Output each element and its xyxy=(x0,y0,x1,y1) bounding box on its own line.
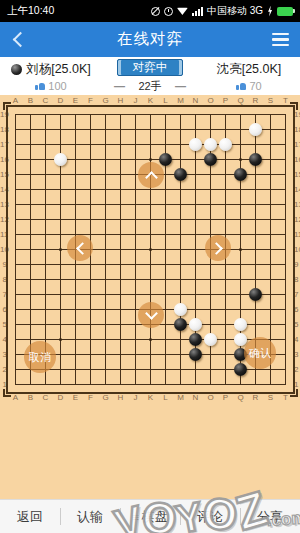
toolbar-item-comment[interactable]: 评论 xyxy=(180,500,240,533)
board-point-N10[interactable] xyxy=(188,242,203,257)
board-point-P16[interactable] xyxy=(218,152,233,167)
board-point-K9[interactable] xyxy=(143,257,158,272)
board-point-G1[interactable] xyxy=(98,377,113,392)
board-point-G16[interactable] xyxy=(98,152,113,167)
board-point-S11[interactable] xyxy=(263,227,278,242)
board-point-B13[interactable] xyxy=(23,197,38,212)
board-point-J18[interactable] xyxy=(128,122,143,137)
board-point-L13[interactable] xyxy=(158,197,173,212)
board-point-L9[interactable] xyxy=(158,257,173,272)
board-point-T14[interactable] xyxy=(278,182,293,197)
board-point-D7[interactable] xyxy=(53,287,68,302)
board-point-S18[interactable] xyxy=(263,122,278,137)
board-point-H2[interactable] xyxy=(113,362,128,377)
board-point-H15[interactable] xyxy=(113,167,128,182)
board-point-P18[interactable] xyxy=(218,122,233,137)
board-point-C5[interactable] xyxy=(38,317,53,332)
board-point-E5[interactable] xyxy=(68,317,83,332)
board-point-D6[interactable] xyxy=(53,302,68,317)
board-point-L19[interactable] xyxy=(158,107,173,122)
board-point-D9[interactable] xyxy=(53,257,68,272)
board-point-L16[interactable] xyxy=(158,152,173,167)
board-point-S1[interactable] xyxy=(263,377,278,392)
board-point-C1[interactable] xyxy=(38,377,53,392)
board-point-N13[interactable] xyxy=(188,197,203,212)
board-point-K7[interactable] xyxy=(143,287,158,302)
board-point-K13[interactable] xyxy=(143,197,158,212)
board-point-H11[interactable] xyxy=(113,227,128,242)
board-point-Q2[interactable] xyxy=(233,362,248,377)
board-point-S9[interactable] xyxy=(263,257,278,272)
board-point-J8[interactable] xyxy=(128,272,143,287)
board-point-Q17[interactable] xyxy=(233,137,248,152)
board-point-H1[interactable] xyxy=(113,377,128,392)
board-point-R1[interactable] xyxy=(248,377,263,392)
board-point-Q19[interactable] xyxy=(233,107,248,122)
board-point-K12[interactable] xyxy=(143,212,158,227)
board-point-T16[interactable] xyxy=(278,152,293,167)
board-point-L14[interactable] xyxy=(158,182,173,197)
board-point-E15[interactable] xyxy=(68,167,83,182)
board-point-Q6[interactable] xyxy=(233,302,248,317)
board-point-L12[interactable] xyxy=(158,212,173,227)
board-point-T4[interactable] xyxy=(278,332,293,347)
board-point-F3[interactable] xyxy=(83,347,98,362)
board-point-R5[interactable] xyxy=(248,317,263,332)
board-point-J4[interactable] xyxy=(128,332,143,347)
board-point-H6[interactable] xyxy=(113,302,128,317)
board-point-A9[interactable] xyxy=(8,257,23,272)
board-point-A14[interactable] xyxy=(8,182,23,197)
move-right-button[interactable] xyxy=(205,235,231,261)
board-point-S8[interactable] xyxy=(263,272,278,287)
board-point-E4[interactable] xyxy=(68,332,83,347)
board-point-O13[interactable] xyxy=(203,197,218,212)
board-point-T2[interactable] xyxy=(278,362,293,377)
board-point-S17[interactable] xyxy=(263,137,278,152)
board-point-M15[interactable] xyxy=(173,167,188,182)
board-point-G18[interactable] xyxy=(98,122,113,137)
board-point-M10[interactable] xyxy=(173,242,188,257)
board-point-J10[interactable] xyxy=(128,242,143,257)
board-point-M17[interactable] xyxy=(173,137,188,152)
board-point-Q18[interactable] xyxy=(233,122,248,137)
board-point-K2[interactable] xyxy=(143,362,158,377)
board-point-M9[interactable] xyxy=(173,257,188,272)
board-point-P1[interactable] xyxy=(218,377,233,392)
board-point-S15[interactable] xyxy=(263,167,278,182)
board-point-N18[interactable] xyxy=(188,122,203,137)
board-point-G6[interactable] xyxy=(98,302,113,317)
board-point-N3[interactable] xyxy=(188,347,203,362)
board-point-O18[interactable] xyxy=(203,122,218,137)
board-point-T15[interactable] xyxy=(278,167,293,182)
board-point-G11[interactable] xyxy=(98,227,113,242)
toolbar-item-resign[interactable]: 认输 xyxy=(60,500,120,533)
board-point-A8[interactable] xyxy=(8,272,23,287)
board-point-M1[interactable] xyxy=(173,377,188,392)
board-point-E6[interactable] xyxy=(68,302,83,317)
board-point-K8[interactable] xyxy=(143,272,158,287)
board-point-H8[interactable] xyxy=(113,272,128,287)
board-point-T12[interactable] xyxy=(278,212,293,227)
board-point-Q10[interactable] xyxy=(233,242,248,257)
board-point-B1[interactable] xyxy=(23,377,38,392)
board-point-R13[interactable] xyxy=(248,197,263,212)
board-point-H16[interactable] xyxy=(113,152,128,167)
board-point-G7[interactable] xyxy=(98,287,113,302)
board-point-D5[interactable] xyxy=(53,317,68,332)
board-point-P5[interactable] xyxy=(218,317,233,332)
board-point-L10[interactable] xyxy=(158,242,173,257)
board-point-G17[interactable] xyxy=(98,137,113,152)
board-point-H17[interactable] xyxy=(113,137,128,152)
move-up-button[interactable] xyxy=(138,162,164,188)
board-point-M19[interactable] xyxy=(173,107,188,122)
board-point-P15[interactable] xyxy=(218,167,233,182)
board-point-R16[interactable] xyxy=(248,152,263,167)
board-point-J11[interactable] xyxy=(128,227,143,242)
board-point-J2[interactable] xyxy=(128,362,143,377)
board-point-S5[interactable] xyxy=(263,317,278,332)
board-point-F14[interactable] xyxy=(83,182,98,197)
board-point-T8[interactable] xyxy=(278,272,293,287)
board-point-E3[interactable] xyxy=(68,347,83,362)
board-point-O4[interactable] xyxy=(203,332,218,347)
board-point-F2[interactable] xyxy=(83,362,98,377)
board-point-P14[interactable] xyxy=(218,182,233,197)
board-point-T18[interactable] xyxy=(278,122,293,137)
board-point-N2[interactable] xyxy=(188,362,203,377)
board-point-H12[interactable] xyxy=(113,212,128,227)
board-point-T19[interactable] xyxy=(278,107,293,122)
board-point-G10[interactable] xyxy=(98,242,113,257)
board-point-T6[interactable] xyxy=(278,302,293,317)
board-point-O2[interactable] xyxy=(203,362,218,377)
board-point-D13[interactable] xyxy=(53,197,68,212)
board-point-O16[interactable] xyxy=(203,152,218,167)
board-point-N15[interactable] xyxy=(188,167,203,182)
board-point-A17[interactable] xyxy=(8,137,23,152)
board-point-N8[interactable] xyxy=(188,272,203,287)
board-point-C13[interactable] xyxy=(38,197,53,212)
board-point-Q7[interactable] xyxy=(233,287,248,302)
board-point-H9[interactable] xyxy=(113,257,128,272)
board-point-F19[interactable] xyxy=(83,107,98,122)
board-point-D16[interactable] xyxy=(53,152,68,167)
board-point-F7[interactable] xyxy=(83,287,98,302)
board-point-H13[interactable] xyxy=(113,197,128,212)
board-point-Q15[interactable] xyxy=(233,167,248,182)
board-point-D12[interactable] xyxy=(53,212,68,227)
board-point-T17[interactable] xyxy=(278,137,293,152)
board-point-G2[interactable] xyxy=(98,362,113,377)
board-point-N5[interactable] xyxy=(188,317,203,332)
board-point-L4[interactable] xyxy=(158,332,173,347)
board-point-Q12[interactable] xyxy=(233,212,248,227)
board-point-O7[interactable] xyxy=(203,287,218,302)
board-point-C15[interactable] xyxy=(38,167,53,182)
board-point-P3[interactable] xyxy=(218,347,233,362)
board-point-P17[interactable] xyxy=(218,137,233,152)
board-point-S16[interactable] xyxy=(263,152,278,167)
board-point-F18[interactable] xyxy=(83,122,98,137)
board-point-E8[interactable] xyxy=(68,272,83,287)
board-point-R17[interactable] xyxy=(248,137,263,152)
board-point-C10[interactable] xyxy=(38,242,53,257)
board-point-B19[interactable] xyxy=(23,107,38,122)
board-point-R19[interactable] xyxy=(248,107,263,122)
board-point-N9[interactable] xyxy=(188,257,203,272)
board-point-P8[interactable] xyxy=(218,272,233,287)
board-point-G5[interactable] xyxy=(98,317,113,332)
board-point-A15[interactable] xyxy=(8,167,23,182)
board-point-A11[interactable] xyxy=(8,227,23,242)
board-point-E14[interactable] xyxy=(68,182,83,197)
board-point-B11[interactable] xyxy=(23,227,38,242)
board-point-E18[interactable] xyxy=(68,122,83,137)
board-point-O3[interactable] xyxy=(203,347,218,362)
board-point-E13[interactable] xyxy=(68,197,83,212)
board-point-K11[interactable] xyxy=(143,227,158,242)
board-point-B14[interactable] xyxy=(23,182,38,197)
move-down-button[interactable] xyxy=(138,302,164,328)
board-point-T3[interactable] xyxy=(278,347,293,362)
board-point-B12[interactable] xyxy=(23,212,38,227)
board-point-R14[interactable] xyxy=(248,182,263,197)
toolbar-item-share[interactable]: 分享 xyxy=(240,500,300,533)
board-point-B7[interactable] xyxy=(23,287,38,302)
board-point-N4[interactable] xyxy=(188,332,203,347)
board-point-A6[interactable] xyxy=(8,302,23,317)
board-point-M7[interactable] xyxy=(173,287,188,302)
board-point-A13[interactable] xyxy=(8,197,23,212)
board-point-H4[interactable] xyxy=(113,332,128,347)
board-point-C14[interactable] xyxy=(38,182,53,197)
board-point-O12[interactable] xyxy=(203,212,218,227)
board-point-C16[interactable] xyxy=(38,152,53,167)
board-point-F12[interactable] xyxy=(83,212,98,227)
board-point-N1[interactable] xyxy=(188,377,203,392)
board-point-J17[interactable] xyxy=(128,137,143,152)
board-point-J1[interactable] xyxy=(128,377,143,392)
board-point-F16[interactable] xyxy=(83,152,98,167)
board-point-T13[interactable] xyxy=(278,197,293,212)
board-point-A2[interactable] xyxy=(8,362,23,377)
board-point-N16[interactable] xyxy=(188,152,203,167)
board-point-A3[interactable] xyxy=(8,347,23,362)
board-point-N6[interactable] xyxy=(188,302,203,317)
board-point-S13[interactable] xyxy=(263,197,278,212)
board-point-K17[interactable] xyxy=(143,137,158,152)
board-point-H10[interactable] xyxy=(113,242,128,257)
board-point-T5[interactable] xyxy=(278,317,293,332)
board-point-K3[interactable] xyxy=(143,347,158,362)
board-point-Q9[interactable] xyxy=(233,257,248,272)
board-point-H3[interactable] xyxy=(113,347,128,362)
board-point-A5[interactable] xyxy=(8,317,23,332)
board-point-J14[interactable] xyxy=(128,182,143,197)
board-point-P6[interactable] xyxy=(218,302,233,317)
board-point-M12[interactable] xyxy=(173,212,188,227)
board-point-O14[interactable] xyxy=(203,182,218,197)
board-point-S19[interactable] xyxy=(263,107,278,122)
board-point-D19[interactable] xyxy=(53,107,68,122)
board-point-M8[interactable] xyxy=(173,272,188,287)
board-point-B10[interactable] xyxy=(23,242,38,257)
board-point-D15[interactable] xyxy=(53,167,68,182)
board-point-O15[interactable] xyxy=(203,167,218,182)
board-point-C17[interactable] xyxy=(38,137,53,152)
board-point-M5[interactable] xyxy=(173,317,188,332)
board-point-F17[interactable] xyxy=(83,137,98,152)
board-point-P12[interactable] xyxy=(218,212,233,227)
board-point-S10[interactable] xyxy=(263,242,278,257)
board-point-S6[interactable] xyxy=(263,302,278,317)
board-point-Q14[interactable] xyxy=(233,182,248,197)
board-point-O8[interactable] xyxy=(203,272,218,287)
board-point-D1[interactable] xyxy=(53,377,68,392)
back-button[interactable] xyxy=(0,22,40,57)
board-point-C6[interactable] xyxy=(38,302,53,317)
board-point-K1[interactable] xyxy=(143,377,158,392)
board-point-K19[interactable] xyxy=(143,107,158,122)
board-point-J16[interactable] xyxy=(128,152,143,167)
board-point-E19[interactable] xyxy=(68,107,83,122)
board-point-E1[interactable] xyxy=(68,377,83,392)
board-point-G19[interactable] xyxy=(98,107,113,122)
board-point-A16[interactable] xyxy=(8,152,23,167)
board-point-M13[interactable] xyxy=(173,197,188,212)
board-point-Q16[interactable] xyxy=(233,152,248,167)
board-point-B17[interactable] xyxy=(23,137,38,152)
board-point-G15[interactable] xyxy=(98,167,113,182)
board-point-M4[interactable] xyxy=(173,332,188,347)
board-point-C11[interactable] xyxy=(38,227,53,242)
board-point-C8[interactable] xyxy=(38,272,53,287)
board-point-K10[interactable] xyxy=(143,242,158,257)
board-point-H18[interactable] xyxy=(113,122,128,137)
board-point-E17[interactable] xyxy=(68,137,83,152)
board-point-M16[interactable] xyxy=(173,152,188,167)
board-point-D14[interactable] xyxy=(53,182,68,197)
board-point-G3[interactable] xyxy=(98,347,113,362)
board-point-N12[interactable] xyxy=(188,212,203,227)
board-point-G14[interactable] xyxy=(98,182,113,197)
board-point-T10[interactable] xyxy=(278,242,293,257)
board-point-L1[interactable] xyxy=(158,377,173,392)
board-point-O19[interactable] xyxy=(203,107,218,122)
board-point-N11[interactable] xyxy=(188,227,203,242)
board-point-J9[interactable] xyxy=(128,257,143,272)
board-point-Q5[interactable] xyxy=(233,317,248,332)
board-point-P2[interactable] xyxy=(218,362,233,377)
board-point-H14[interactable] xyxy=(113,182,128,197)
match-status-button[interactable]: 对弈中 xyxy=(117,59,183,76)
board-point-A12[interactable] xyxy=(8,212,23,227)
menu-button[interactable] xyxy=(260,22,300,57)
board-point-C19[interactable] xyxy=(38,107,53,122)
board-point-O17[interactable] xyxy=(203,137,218,152)
board-point-F5[interactable] xyxy=(83,317,98,332)
move-left-button[interactable] xyxy=(67,235,93,261)
board-point-T7[interactable] xyxy=(278,287,293,302)
board-point-L18[interactable] xyxy=(158,122,173,137)
board-point-E7[interactable] xyxy=(68,287,83,302)
board-point-R9[interactable] xyxy=(248,257,263,272)
board-point-F13[interactable] xyxy=(83,197,98,212)
confirm-button[interactable]: 确认 xyxy=(244,337,276,369)
board-point-J13[interactable] xyxy=(128,197,143,212)
board-point-D17[interactable] xyxy=(53,137,68,152)
board-point-J7[interactable] xyxy=(128,287,143,302)
board-point-H5[interactable] xyxy=(113,317,128,332)
board-point-A10[interactable] xyxy=(8,242,23,257)
board-point-B8[interactable] xyxy=(23,272,38,287)
board-point-R15[interactable] xyxy=(248,167,263,182)
board-point-M18[interactable] xyxy=(173,122,188,137)
board-point-B18[interactable] xyxy=(23,122,38,137)
board-point-L8[interactable] xyxy=(158,272,173,287)
board-point-D2[interactable] xyxy=(53,362,68,377)
board-point-K4[interactable] xyxy=(143,332,158,347)
board-point-L7[interactable] xyxy=(158,287,173,302)
board-point-N17[interactable] xyxy=(188,137,203,152)
board-point-J19[interactable] xyxy=(128,107,143,122)
board-point-A4[interactable] xyxy=(8,332,23,347)
board-point-N7[interactable] xyxy=(188,287,203,302)
board-point-F8[interactable] xyxy=(83,272,98,287)
board-point-A18[interactable] xyxy=(8,122,23,137)
board-point-F6[interactable] xyxy=(83,302,98,317)
board-point-P4[interactable] xyxy=(218,332,233,347)
board-point-D8[interactable] xyxy=(53,272,68,287)
board-point-C7[interactable] xyxy=(38,287,53,302)
board-point-G12[interactable] xyxy=(98,212,113,227)
board-point-K18[interactable] xyxy=(143,122,158,137)
board-point-E16[interactable] xyxy=(68,152,83,167)
board-point-C9[interactable] xyxy=(38,257,53,272)
board-point-O5[interactable] xyxy=(203,317,218,332)
board-point-L11[interactable] xyxy=(158,227,173,242)
board-point-D18[interactable] xyxy=(53,122,68,137)
board-point-S7[interactable] xyxy=(263,287,278,302)
board-point-M2[interactable] xyxy=(173,362,188,377)
board-point-R10[interactable] xyxy=(248,242,263,257)
board-point-Q1[interactable] xyxy=(233,377,248,392)
board-point-G8[interactable] xyxy=(98,272,113,287)
board-point-M3[interactable] xyxy=(173,347,188,362)
board-point-Q11[interactable] xyxy=(233,227,248,242)
board-point-Q8[interactable] xyxy=(233,272,248,287)
board-point-D11[interactable] xyxy=(53,227,68,242)
toolbar-item-return[interactable]: 返回 xyxy=(0,500,60,533)
board-point-B16[interactable] xyxy=(23,152,38,167)
board-point-O6[interactable] xyxy=(203,302,218,317)
board-point-C12[interactable] xyxy=(38,212,53,227)
board-point-N19[interactable] xyxy=(188,107,203,122)
board-point-B9[interactable] xyxy=(23,257,38,272)
board-point-L3[interactable] xyxy=(158,347,173,362)
board-point-F1[interactable] xyxy=(83,377,98,392)
board-point-T11[interactable] xyxy=(278,227,293,242)
board-point-P7[interactable] xyxy=(218,287,233,302)
board-point-N14[interactable] xyxy=(188,182,203,197)
board-point-M11[interactable] xyxy=(173,227,188,242)
board-point-C18[interactable] xyxy=(38,122,53,137)
board-point-G9[interactable] xyxy=(98,257,113,272)
board-point-O1[interactable] xyxy=(203,377,218,392)
